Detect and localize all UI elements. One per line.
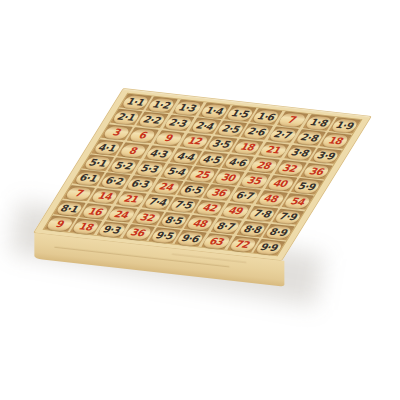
answer-label: 40: [271, 179, 289, 189]
answer-label: 54: [288, 197, 306, 207]
expression-label: 4·1: [96, 143, 118, 154]
multiplication-board: 1·11·21·31·41·51·671·81·92·12·22·32·42·5…: [44, 94, 361, 256]
tile-r4c3[interactable]: 4·3: [144, 146, 174, 161]
tile-r9c3[interactable]: 9·3: [97, 223, 127, 238]
expression-label: 2·8: [298, 133, 320, 144]
expression-label: 2·4: [194, 121, 216, 132]
answer-label: 48: [262, 194, 280, 204]
tile-r3c7[interactable]: 21: [258, 143, 288, 158]
tile-r8c2[interactable]: 16: [80, 204, 110, 219]
answer-label: 32: [138, 213, 156, 223]
cell-r5c9: 5·9: [291, 178, 323, 194]
answer-label: 36: [210, 188, 228, 198]
answer-label: 16: [86, 207, 104, 217]
answer-label: 6: [137, 131, 149, 141]
expression-label: 2·1: [115, 112, 137, 123]
expression-label: 4·5: [201, 155, 223, 166]
expression-label: 6·1: [77, 173, 99, 184]
tile-r6c9[interactable]: 54: [282, 195, 312, 210]
tile-r9c9[interactable]: 9·9: [254, 240, 284, 255]
expression-label: 7·9: [277, 212, 299, 223]
tile-r1c9[interactable]: 1·9: [330, 118, 360, 133]
tile-r2c9[interactable]: 18: [320, 134, 350, 149]
expression-label: 3·8: [289, 148, 311, 159]
answer-label: 25: [193, 170, 211, 180]
expression-label: 5·2: [113, 161, 135, 172]
tile-r7c6[interactable]: 42: [194, 201, 224, 216]
answer-label: 18: [77, 222, 95, 232]
expression-label: 6·7: [234, 191, 256, 202]
tile-r5c3[interactable]: 5·3: [135, 162, 165, 177]
expression-label: 4·3: [148, 149, 170, 160]
tile-r4c7[interactable]: 28: [249, 158, 279, 173]
tile-r3c3[interactable]: 9: [154, 131, 184, 146]
answer-label: 18: [326, 136, 344, 146]
product-photo: 1·11·21·31·41·51·671·81·92·12·22·32·42·5…: [0, 0, 400, 400]
expression-label: 2·6: [246, 127, 268, 138]
tile-r5c9[interactable]: 5·9: [292, 179, 322, 194]
expression-label: 7·4: [146, 197, 168, 208]
tile-r8c3[interactable]: 24: [106, 207, 136, 222]
answer-label: 14: [96, 192, 114, 202]
cell-r3c9: 3·9: [310, 148, 342, 164]
tile-r3c9[interactable]: 3·9: [311, 149, 341, 164]
tile-r2c3[interactable]: 2·3: [163, 116, 193, 131]
tile-r2c6[interactable]: 2·6: [242, 125, 272, 140]
tile-r4c6[interactable]: 4·6: [223, 155, 253, 170]
tile-r5c7[interactable]: 35: [240, 173, 270, 188]
expression-label: 1·1: [124, 97, 146, 108]
tile-r9c7[interactable]: 63: [202, 234, 232, 249]
tile-r3c6[interactable]: 18: [232, 140, 262, 155]
tile-r2c7[interactable]: 2·7: [268, 128, 298, 143]
tile-r8c7[interactable]: 8·7: [211, 219, 241, 234]
tile-r1c3[interactable]: 1·3: [173, 101, 203, 116]
expression-label: 7·5: [172, 200, 194, 211]
expression-label: 6·2: [103, 176, 125, 187]
expression-label: 1·3: [177, 103, 199, 114]
answer-label: 21: [122, 195, 140, 205]
expression-label: 5·1: [87, 158, 109, 169]
tile-r4c2[interactable]: 8: [118, 144, 148, 159]
board-anchor: 1·11·21·31·41·51·671·81·92·12·22·32·42·5…: [33, 88, 372, 261]
cell-r8c9: 8·9: [263, 224, 295, 240]
expression-label: 9·6: [180, 234, 202, 245]
answer-label: 49: [226, 206, 244, 216]
expression-label: 5·9: [296, 182, 318, 193]
answer-label: 24: [157, 182, 175, 192]
tile-r8c6[interactable]: 48: [185, 216, 215, 231]
answer-label: 28: [255, 161, 273, 171]
expression-label: 1·8: [308, 118, 330, 129]
answer-label: 9: [54, 219, 66, 229]
answer-label: 18: [238, 142, 256, 152]
answer-label: 48: [191, 219, 209, 229]
answer-label: 7: [73, 189, 85, 199]
answer-label: 24: [112, 210, 130, 220]
tile-r1c7[interactable]: 7: [277, 113, 307, 128]
expression-label: 8·9: [268, 227, 290, 238]
expression-label: 1·4: [203, 106, 225, 117]
expression-label: 1·5: [229, 109, 251, 120]
expression-label: 4·4: [175, 152, 197, 163]
tile-r5c6[interactable]: 30: [213, 171, 243, 186]
expression-label: 9·5: [153, 231, 175, 242]
tile-r8c9[interactable]: 8·9: [263, 225, 293, 240]
cell-r6c9: 54: [282, 193, 314, 209]
expression-label: 3·9: [315, 151, 337, 162]
expression-label: 1·6: [255, 112, 277, 123]
tile-r5c2[interactable]: 5·2: [109, 159, 139, 174]
expression-label: 7·8: [251, 209, 273, 220]
expression-label: 2·2: [141, 115, 163, 126]
cell-r2c9: 18: [319, 132, 351, 148]
expression-label: 9·3: [101, 225, 123, 236]
expression-label: 9·9: [258, 242, 280, 253]
wooden-tray: 1·11·21·31·41·51·671·81·92·12·22·32·42·5…: [33, 88, 372, 261]
tile-r7c2[interactable]: 14: [90, 189, 120, 204]
answer-label: 63: [207, 237, 225, 247]
answer-label: 3: [110, 128, 122, 138]
tile-r7c7[interactable]: 49: [221, 204, 251, 219]
expression-label: 5·3: [139, 164, 161, 175]
tile-r7c9[interactable]: 7·9: [273, 210, 303, 225]
answer-label: 12: [186, 136, 204, 146]
answer-label: 32: [281, 164, 299, 174]
answer-label: 8: [127, 146, 139, 156]
expression-label: 3·5: [210, 139, 232, 150]
tile-r6c2[interactable]: 6·2: [99, 174, 129, 189]
expression-label: 6·3: [129, 179, 151, 190]
expression-label: 2·5: [220, 124, 242, 135]
cell-r7c9: 7·9: [272, 209, 304, 225]
expression-label: 8·5: [163, 215, 185, 226]
tile-r6c3[interactable]: 6·3: [125, 177, 155, 192]
tile-r1c2[interactable]: 1·2: [146, 98, 176, 113]
expression-label: 1·2: [151, 100, 173, 111]
tile-r2c2[interactable]: 2·2: [137, 113, 167, 128]
cell-r9c9: 9·9: [253, 239, 285, 255]
cell-r4c9: 36: [301, 163, 333, 179]
answer-label: 42: [200, 203, 218, 213]
expression-label: 4·6: [227, 157, 249, 168]
tile-r1c6[interactable]: 1·6: [251, 110, 281, 125]
answer-label: 9: [163, 134, 175, 144]
tile-r7c3[interactable]: 21: [116, 192, 146, 207]
expression-label: 8·8: [241, 224, 263, 235]
answer-label: 72: [234, 240, 252, 250]
expression-label: 5·4: [165, 167, 187, 178]
expression-label: 6·5: [182, 185, 204, 196]
expression-label: 2·3: [167, 118, 189, 129]
expression-label: 8·1: [58, 204, 80, 215]
answer-label: 35: [245, 176, 263, 186]
answer-label: 36: [307, 166, 325, 176]
tile-r9c2[interactable]: 18: [71, 220, 101, 235]
tile-r4c9[interactable]: 36: [301, 164, 331, 179]
answer-label: 30: [219, 173, 237, 183]
tile-r9c6[interactable]: 9·6: [175, 231, 205, 246]
tile-r6c6[interactable]: 36: [204, 186, 234, 201]
answer-label: 7: [286, 115, 298, 125]
cell-r1c9: 1·9: [329, 117, 361, 133]
tile-r6c7[interactable]: 6·7: [230, 189, 260, 204]
answer-label: 36: [129, 228, 147, 238]
answer-label: 21: [264, 145, 282, 155]
expression-label: 1·9: [334, 121, 356, 132]
expression-label: 2·7: [272, 130, 294, 141]
expression-label: 8·7: [215, 221, 237, 232]
tile-r3c2[interactable]: 6: [128, 128, 158, 143]
